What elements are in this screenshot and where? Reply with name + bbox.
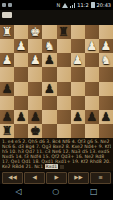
back-button[interactable]: ◁ [15,188,21,196]
go-to-start-button[interactable]: ◀◀ [2,172,23,184]
piece-bP: ♟ [30,110,41,122]
square-e6[interactable] [42,96,56,110]
square-c5[interactable] [71,82,85,96]
piece-bP: ♟ [2,82,13,94]
square-b2[interactable]: ♟ [85,39,99,53]
previous-move-button[interactable]: ◀ [24,172,45,184]
square-g1[interactable] [14,25,28,39]
square-c8[interactable] [71,124,85,138]
square-a8[interactable] [99,124,113,138]
square-h5[interactable]: ♟ [0,82,14,96]
square-c7[interactable]: ♟ [71,110,85,124]
square-g2[interactable]: ♟ [14,39,28,53]
battery-icon [91,2,95,8]
piece-bR: ♜ [2,124,13,136]
square-g6[interactable] [14,96,28,110]
wifi-icon [62,3,68,8]
status-left-icons [2,3,12,7]
square-f8[interactable]: ♚ [28,124,42,138]
piece-bR: ♜ [58,26,69,38]
notification-icon-2 [8,3,12,7]
square-e2[interactable]: ♞ [42,39,56,53]
square-b4[interactable] [85,67,99,81]
square-g3[interactable] [14,53,28,67]
android-nav-bar: ◁○□ [0,184,113,200]
move-list[interactable]: 1. e4 e5 2. Qh5 d6 3. Bc4 Nf6 4. Qf3 g6 … [0,138,113,171]
status-secondary-text: 11:2 [77,3,88,8]
square-f6[interactable] [28,96,42,110]
square-h4[interactable] [0,67,14,81]
square-h8[interactable]: ♜ [0,124,14,138]
piece-wP: ♟ [2,54,13,66]
menu-button[interactable]: ≡ [90,172,111,184]
square-d8[interactable] [57,124,71,138]
move-list-line-6: Ke2 R8d4 21. Nc1 Rxd1 [2,164,111,169]
square-d3[interactable] [57,53,71,67]
piece-wN: ♞ [101,54,112,66]
square-h2[interactable] [0,39,14,53]
square-f5[interactable] [28,82,42,96]
square-b3[interactable] [85,53,99,67]
current-move-highlight[interactable]: Rxd1 [45,164,59,169]
status-clock: 20:43 [97,3,111,8]
piece-bP: ♟ [2,110,13,122]
piece-bP: ♟ [72,110,83,122]
square-b6[interactable] [85,96,99,110]
piece-bP: ♟ [101,110,112,122]
piece-bP: ♟ [44,54,55,66]
piece-bK: ♚ [30,124,41,136]
square-a4[interactable] [99,67,113,81]
square-d1[interactable]: ♜ [57,25,71,39]
square-g5[interactable] [14,82,28,96]
go-to-end-button[interactable]: ▶▶ [68,172,89,184]
app-toolbar-strip [0,10,113,25]
square-d2[interactable] [57,39,71,53]
square-c2[interactable] [71,39,85,53]
square-e5[interactable]: ♟ [42,82,56,96]
home-button[interactable]: ○ [52,188,59,196]
square-h7[interactable]: ♟ [0,110,14,124]
square-d6[interactable] [57,96,71,110]
piece-bP: ♟ [44,82,55,94]
square-g7[interactable]: ♟ [14,110,28,124]
toolbar-chip[interactable] [2,12,12,18]
recents-button[interactable]: □ [90,188,98,196]
chess-board: ♜♚♜♟♞♟♟♟♟♟♟♞♟♟♟♟♟♟♟♟♜♚ [0,25,113,138]
square-a5[interactable] [99,82,113,96]
square-e8[interactable] [42,124,56,138]
square-a1[interactable] [99,25,113,39]
square-e3[interactable]: ♟ [42,53,56,67]
piece-wP: ♟ [16,40,27,52]
square-f1[interactable]: ♚ [28,25,42,39]
piece-wP: ♟ [72,54,83,66]
square-b5[interactable] [85,82,99,96]
square-c4[interactable] [71,67,85,81]
square-a3[interactable]: ♞ [99,53,113,67]
next-move-button[interactable]: ▶ [46,172,67,184]
status-right-cluster: N 11:2 20:43 [57,2,111,8]
piece-wP: ♟ [30,54,41,66]
square-a2[interactable]: ♟ [99,39,113,53]
piece-bP: ♟ [86,110,97,122]
square-b7[interactable]: ♟ [85,110,99,124]
square-g8[interactable] [14,124,28,138]
square-d4[interactable] [57,67,71,81]
square-a6[interactable] [99,96,113,110]
square-c6[interactable] [71,96,85,110]
square-f4[interactable] [28,67,42,81]
piece-wN: ♞ [44,40,55,52]
square-b8[interactable] [85,124,99,138]
square-f2[interactable] [28,39,42,53]
square-e1[interactable] [42,25,56,39]
square-a7[interactable]: ♟ [99,110,113,124]
square-h6[interactable] [0,96,14,110]
piece-wR: ♜ [2,26,13,38]
piece-wK: ♚ [30,26,41,38]
piece-wP: ♟ [86,40,97,52]
status-bar: N 11:2 20:43 [0,0,113,10]
nfc-icon: N [57,3,61,8]
square-d5[interactable] [57,82,71,96]
piece-wP: ♟ [101,40,112,52]
signal-icon [70,3,75,8]
square-h3[interactable]: ♟ [0,53,14,67]
square-g4[interactable] [14,67,28,81]
phone-screen: N 11:2 20:43 ♜♚♜♟♞♟♟♟♟♟♟♞♟♟♟♟♟♟♟♟♜♚ 1. e… [0,0,113,200]
square-h1[interactable]: ♜ [0,25,14,39]
move-controls-bar: ◀◀◀▶▶▶≡ [0,171,113,184]
square-b1[interactable] [85,25,99,39]
square-e4[interactable] [42,67,56,81]
notification-icon-1 [2,3,6,7]
square-c3[interactable]: ♟ [71,53,85,67]
move-cursor [60,165,64,169]
piece-bP: ♟ [16,110,27,122]
square-f7[interactable]: ♟ [28,110,42,124]
square-d7[interactable] [57,110,71,124]
square-c1[interactable] [71,25,85,39]
square-e7[interactable] [42,110,56,124]
square-f3[interactable]: ♟ [28,53,42,67]
